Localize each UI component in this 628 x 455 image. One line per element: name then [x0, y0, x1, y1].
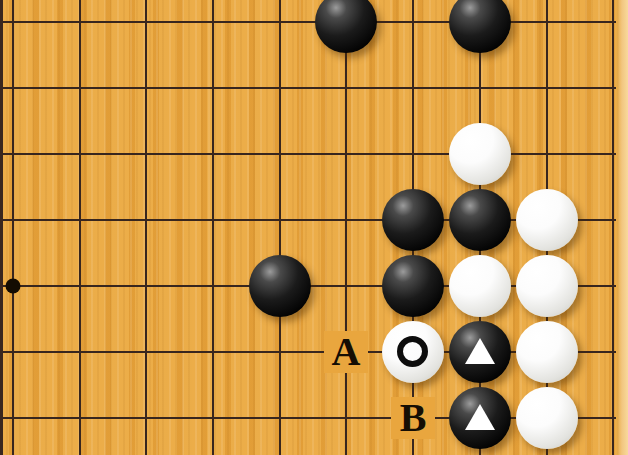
grid-line-vertical — [145, 0, 147, 455]
grid-line-vertical — [279, 0, 281, 455]
white-stone — [516, 189, 578, 251]
white-stone — [449, 123, 511, 185]
cropped-grid-line — [0, 0, 3, 455]
grid-line-vertical — [12, 0, 14, 455]
grid-line-horizontal — [0, 153, 616, 155]
circle-mark-icon — [397, 336, 428, 367]
grid-line-vertical — [212, 0, 214, 455]
white-stone — [382, 321, 444, 383]
black-stone — [449, 189, 511, 251]
grid-line-horizontal — [0, 87, 616, 89]
black-stone — [382, 255, 444, 317]
triangle-mark-icon — [465, 338, 495, 364]
go-board[interactable]: AB — [0, 0, 628, 455]
black-stone — [382, 189, 444, 251]
grid-line-vertical — [612, 0, 614, 455]
point-label-b[interactable]: B — [391, 397, 435, 439]
white-stone — [449, 255, 511, 317]
triangle-mark-icon — [465, 404, 495, 430]
star-point — [6, 279, 21, 294]
black-stone — [315, 0, 377, 53]
point-label-a[interactable]: A — [324, 331, 368, 373]
point-label-text: A — [332, 332, 361, 372]
white-stone — [516, 255, 578, 317]
black-stone — [449, 387, 511, 449]
white-stone — [516, 321, 578, 383]
black-stone — [449, 0, 511, 53]
black-stone — [449, 321, 511, 383]
black-stone — [249, 255, 311, 317]
grid-line-horizontal — [0, 21, 616, 23]
white-stone — [516, 387, 578, 449]
grid-line-vertical — [79, 0, 81, 455]
board-right-edge — [617, 0, 628, 455]
point-label-text: B — [400, 398, 427, 438]
grid-line-vertical — [345, 0, 347, 455]
